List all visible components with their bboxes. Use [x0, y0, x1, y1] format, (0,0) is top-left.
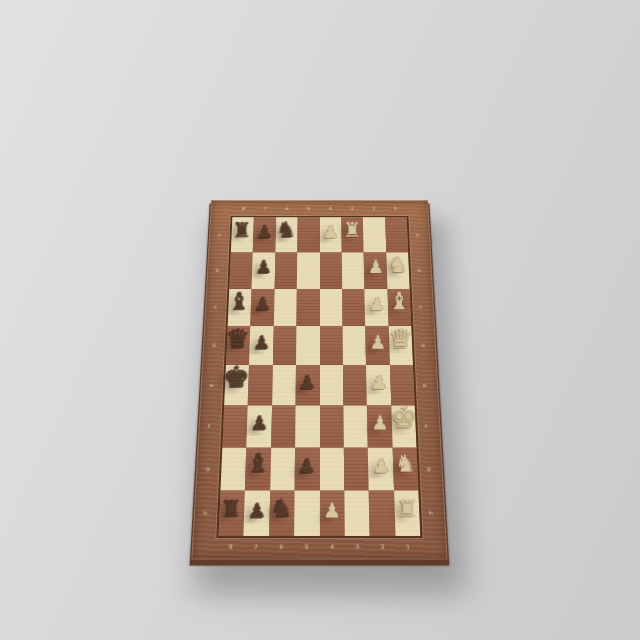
square-f5[interactable] [295, 405, 319, 447]
rank-label-near-6: 6 [279, 544, 283, 550]
piece-black-pawn-e5[interactable]: ♟ [296, 365, 320, 405]
file-label-left-b: b [216, 268, 220, 273]
piece-black-pawn-g5[interactable]: ♟ [295, 447, 320, 491]
rank-label-far-1: 1 [393, 206, 397, 210]
piece-black-pawn-b7[interactable]: ♟ [252, 252, 275, 288]
rank-label-far-2: 2 [372, 206, 376, 210]
square-f4[interactable] [319, 405, 343, 447]
white-pawn-glyph: ♟ [355, 372, 402, 391]
black-pawn-glyph: ♟ [283, 456, 332, 476]
piece-white-king-f1[interactable]: ♚ [391, 405, 417, 447]
square-b4[interactable] [320, 252, 343, 288]
white-rook-glyph: ♜ [382, 497, 432, 521]
board-grid: ♜♝♛♚♜♟♟♟♟♟♝♟♞♞♟♟♟♟♜♟♟♟♟♟♟♞♝♛♚♞♜ [219, 217, 421, 536]
square-d4[interactable] [320, 326, 343, 365]
rank-label-far-3: 3 [350, 206, 354, 210]
piece-white-bishop-c1[interactable]: ♝ [387, 288, 411, 326]
white-pawn-glyph: ♟ [307, 500, 357, 520]
black-pawn-glyph: ♟ [235, 413, 283, 433]
board-scene: ♜♝♛♚♜♟♟♟♟♟♝♟♞♞♟♟♟♟♜♟♟♟♟♟♟♞♝♛♚♞♜ 88aa77bb… [0, 0, 640, 640]
piece-white-pawn-h4[interactable]: ♟ [319, 491, 344, 536]
piece-black-knight-h6[interactable]: ♞ [269, 491, 295, 536]
rank-label-near-4: 4 [330, 544, 334, 550]
piece-black-bishop-g7[interactable]: ♝ [245, 447, 271, 491]
piece-white-rook-a3[interactable]: ♜ [341, 217, 364, 252]
white-bishop-glyph: ♝ [377, 289, 423, 313]
black-knight-glyph: ♞ [264, 218, 308, 240]
rank-label-near-7: 7 [254, 544, 258, 550]
white-rook-glyph: ♜ [331, 219, 375, 240]
rank-label-near-1: 1 [406, 544, 410, 550]
file-label-left-g: g [206, 466, 210, 471]
rank-label-far-4: 4 [329, 206, 333, 210]
black-knight-glyph: ♞ [257, 496, 307, 521]
white-knight-glyph: ♞ [381, 451, 430, 475]
rank-label-far-7: 7 [263, 206, 267, 210]
black-pawn-glyph: ♟ [284, 372, 331, 391]
square-c4[interactable] [320, 288, 343, 326]
white-king-glyph: ♚ [380, 403, 428, 433]
rank-label-far-5: 5 [307, 206, 311, 210]
piece-black-knight-a6[interactable]: ♞ [275, 217, 298, 252]
piece-black-pawn-d7[interactable]: ♟ [249, 326, 273, 365]
black-pawn-glyph: ♟ [240, 294, 286, 313]
file-label-right-e: e [423, 382, 427, 387]
piece-white-queen-d1[interactable]: ♛ [388, 326, 413, 365]
piece-white-pawn-e2[interactable]: ♟ [366, 365, 391, 405]
piece-white-knight-g1[interactable]: ♞ [392, 447, 418, 491]
square-c5[interactable] [297, 288, 320, 326]
board-frame: ♜♝♛♚♜♟♟♟♟♟♝♟♞♞♟♟♟♟♜♟♟♟♟♟♟♞♝♛♚♞♜ 88aa77bb… [191, 200, 447, 559]
black-pawn-glyph: ♟ [238, 333, 284, 352]
rank-label-near-8: 8 [228, 544, 232, 550]
rank-label-far-8: 8 [242, 206, 246, 210]
black-king-glyph: ♚ [213, 362, 260, 391]
rank-label-near-2: 2 [381, 544, 385, 550]
piece-black-king-e8[interactable]: ♚ [224, 365, 249, 405]
white-knight-glyph: ♞ [376, 254, 421, 276]
file-label-left-f: f [208, 423, 210, 428]
piece-white-knight-b1[interactable]: ♞ [386, 252, 410, 288]
file-label-right-a: a [416, 232, 420, 236]
piece-black-pawn-c7[interactable]: ♟ [251, 288, 275, 326]
rank-label-near-3: 3 [355, 544, 359, 550]
black-bishop-glyph: ♝ [233, 449, 282, 475]
piece-white-rook-h1[interactable]: ♜ [394, 491, 421, 536]
rank-label-near-5: 5 [305, 544, 309, 550]
chess-board: ♜♝♛♚♜♟♟♟♟♟♝♟♞♞♟♟♟♟♜♟♟♟♟♟♟♞♝♛♚♞♜ 88aa77bb… [191, 200, 447, 559]
rank-label-far-6: 6 [285, 206, 289, 210]
square-b5[interactable] [297, 252, 320, 288]
piece-black-pawn-f7[interactable]: ♟ [247, 405, 272, 447]
square-d5[interactable] [296, 326, 319, 365]
square-a1[interactable] [385, 217, 408, 252]
white-queen-glyph: ♛ [378, 325, 424, 352]
black-pawn-glyph: ♟ [241, 258, 286, 276]
